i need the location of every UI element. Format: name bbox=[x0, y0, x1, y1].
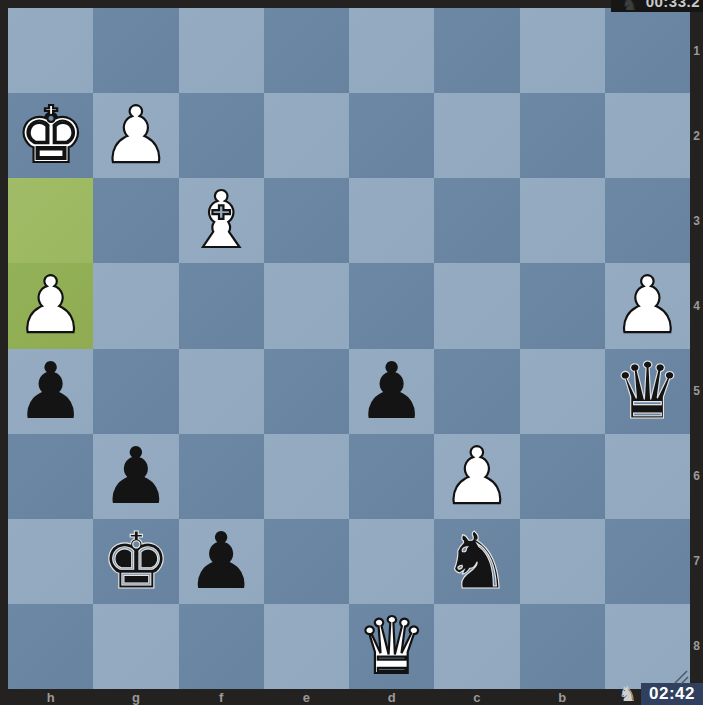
piece-black-pawn[interactable]: ♟ bbox=[16, 349, 86, 434]
square-b8[interactable] bbox=[520, 604, 605, 689]
piece-white-bishop[interactable]: ♝ bbox=[186, 178, 256, 263]
square-e7[interactable] bbox=[264, 519, 349, 604]
square-g3[interactable] bbox=[93, 178, 178, 263]
piece-white-pawn[interactable]: ♟ bbox=[16, 263, 86, 348]
rank-label-3: 3 bbox=[690, 214, 703, 228]
square-e1[interactable] bbox=[264, 8, 349, 93]
file-label-b: b bbox=[554, 690, 570, 705]
rank-label-2: 2 bbox=[690, 129, 703, 143]
square-c3[interactable] bbox=[434, 178, 519, 263]
piece-black-pawn[interactable]: ♟ bbox=[101, 434, 171, 519]
square-a6[interactable] bbox=[605, 434, 690, 519]
file-label-e: e bbox=[298, 690, 314, 705]
square-b4[interactable] bbox=[520, 263, 605, 348]
piece-white-pawn[interactable]: ♟ bbox=[612, 263, 682, 348]
square-e5[interactable] bbox=[264, 349, 349, 434]
knight-icon: ♞ bbox=[618, 683, 637, 705]
square-e6[interactable] bbox=[264, 434, 349, 519]
square-h7[interactable] bbox=[8, 519, 93, 604]
square-h8[interactable] bbox=[8, 604, 93, 689]
piece-white-king[interactable]: ♚ bbox=[16, 93, 86, 178]
square-d5[interactable]: ♟ bbox=[349, 349, 434, 434]
square-b7[interactable] bbox=[520, 519, 605, 604]
square-h1[interactable] bbox=[8, 8, 93, 93]
square-g4[interactable] bbox=[93, 263, 178, 348]
square-c6[interactable]: ♟ bbox=[434, 434, 519, 519]
square-f8[interactable] bbox=[179, 604, 264, 689]
piece-black-king[interactable]: ♚ bbox=[101, 519, 171, 604]
square-a2[interactable] bbox=[605, 93, 690, 178]
piece-black-knight[interactable]: ♞ bbox=[442, 519, 512, 604]
square-d7[interactable] bbox=[349, 519, 434, 604]
file-label-c: c bbox=[469, 690, 485, 705]
square-f5[interactable] bbox=[179, 349, 264, 434]
square-b3[interactable] bbox=[520, 178, 605, 263]
square-c7[interactable]: ♞ bbox=[434, 519, 519, 604]
file-label-g: g bbox=[128, 690, 144, 705]
square-a4[interactable]: ♟ bbox=[605, 263, 690, 348]
square-b5[interactable] bbox=[520, 349, 605, 434]
square-f4[interactable] bbox=[179, 263, 264, 348]
square-f6[interactable] bbox=[179, 434, 264, 519]
square-e4[interactable] bbox=[264, 263, 349, 348]
rank-label-5: 5 bbox=[690, 384, 703, 398]
square-h5[interactable]: ♟ bbox=[8, 349, 93, 434]
clock-bottom: 02:42 bbox=[641, 683, 703, 705]
square-a3[interactable] bbox=[605, 178, 690, 263]
square-d6[interactable] bbox=[349, 434, 434, 519]
square-g2[interactable]: ♟ bbox=[93, 93, 178, 178]
clock-top: ♞ 00:33.2 bbox=[611, 0, 703, 12]
square-h6[interactable] bbox=[8, 434, 93, 519]
piece-black-pawn[interactable]: ♟ bbox=[357, 349, 427, 434]
piece-black-pawn[interactable]: ♟ bbox=[186, 519, 256, 604]
square-e2[interactable] bbox=[264, 93, 349, 178]
square-b1[interactable] bbox=[520, 8, 605, 93]
square-a5[interactable]: ♛ bbox=[605, 349, 690, 434]
square-c8[interactable] bbox=[434, 604, 519, 689]
clock-bottom-time: 02:42 bbox=[649, 684, 695, 704]
square-c2[interactable] bbox=[434, 93, 519, 178]
square-d2[interactable] bbox=[349, 93, 434, 178]
rank-label-1: 1 bbox=[690, 44, 703, 58]
square-g1[interactable] bbox=[93, 8, 178, 93]
square-g5[interactable] bbox=[93, 349, 178, 434]
clock-top-time: 00:33.2 bbox=[646, 0, 703, 9]
piece-white-queen[interactable]: ♛ bbox=[357, 604, 427, 689]
square-g7[interactable]: ♚ bbox=[93, 519, 178, 604]
rank-label-6: 6 bbox=[690, 469, 703, 483]
square-e8[interactable] bbox=[264, 604, 349, 689]
knight-icon: ♞ bbox=[621, 0, 637, 12]
square-f3[interactable]: ♝ bbox=[179, 178, 264, 263]
square-b2[interactable] bbox=[520, 93, 605, 178]
square-g6[interactable]: ♟ bbox=[93, 434, 178, 519]
chess-board: ♚♟♝♟♟♟♟♛♟♟♚♟♞♛ bbox=[8, 8, 690, 689]
square-f7[interactable]: ♟ bbox=[179, 519, 264, 604]
square-d1[interactable] bbox=[349, 8, 434, 93]
square-c1[interactable] bbox=[434, 8, 519, 93]
square-a1[interactable] bbox=[605, 8, 690, 93]
file-label-h: h bbox=[43, 690, 59, 705]
square-g8[interactable] bbox=[93, 604, 178, 689]
square-b6[interactable] bbox=[520, 434, 605, 519]
square-h3[interactable] bbox=[8, 178, 93, 263]
square-f1[interactable] bbox=[179, 8, 264, 93]
square-f2[interactable] bbox=[179, 93, 264, 178]
rank-label-8: 8 bbox=[690, 639, 703, 653]
square-c4[interactable] bbox=[434, 263, 519, 348]
resize-handle[interactable] bbox=[672, 668, 690, 686]
file-label-d: d bbox=[384, 690, 400, 705]
square-e3[interactable] bbox=[264, 178, 349, 263]
piece-black-queen[interactable]: ♛ bbox=[612, 349, 682, 434]
square-d8[interactable]: ♛ bbox=[349, 604, 434, 689]
square-d3[interactable] bbox=[349, 178, 434, 263]
piece-white-pawn[interactable]: ♟ bbox=[442, 434, 512, 519]
square-a7[interactable] bbox=[605, 519, 690, 604]
square-h2[interactable]: ♚ bbox=[8, 93, 93, 178]
square-h4[interactable]: ♟ bbox=[8, 263, 93, 348]
square-d4[interactable] bbox=[349, 263, 434, 348]
square-c5[interactable] bbox=[434, 349, 519, 434]
piece-white-pawn[interactable]: ♟ bbox=[101, 93, 171, 178]
rank-label-4: 4 bbox=[690, 299, 703, 313]
chess-game-screen: ♚♟♝♟♟♟♟♛♟♟♚♟♞♛ 12345678hgfedcb ♞ 00:33.2… bbox=[0, 0, 703, 705]
file-label-f: f bbox=[213, 690, 229, 705]
rank-label-7: 7 bbox=[690, 554, 703, 568]
